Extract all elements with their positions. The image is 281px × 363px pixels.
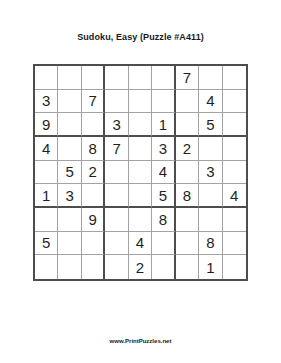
cell-r2c8: 4	[199, 90, 222, 114]
cell-r6c4	[105, 184, 128, 208]
cell-r4c9	[223, 137, 246, 161]
cell-r2c9	[223, 90, 246, 114]
cell-r9c8: 1	[199, 255, 222, 279]
cell-r8c5: 4	[129, 232, 152, 256]
cell-r2c3: 7	[82, 90, 105, 114]
cell-r7c7	[176, 208, 199, 232]
cell-r3c3	[82, 113, 105, 137]
cell-r5c8: 3	[199, 161, 222, 185]
cell-r3c2	[58, 113, 81, 137]
cell-r1c2	[58, 66, 81, 90]
cell-r4c7: 2	[176, 137, 199, 161]
cell-r9c4	[105, 255, 128, 279]
cell-r8c8: 8	[199, 232, 222, 256]
cell-r7c2	[58, 208, 81, 232]
cell-r5c6: 4	[152, 161, 175, 185]
cell-r6c6: 5	[152, 184, 175, 208]
cell-r6c9: 4	[223, 184, 246, 208]
cell-r8c9	[223, 232, 246, 256]
cell-r7c8	[199, 208, 222, 232]
cell-r5c9	[223, 161, 246, 185]
cell-r4c4: 7	[105, 137, 128, 161]
cell-r4c5	[129, 137, 152, 161]
cell-r5c3: 2	[82, 161, 105, 185]
cell-r8c2	[58, 232, 81, 256]
cell-r5c7	[176, 161, 199, 185]
cell-r5c5	[129, 161, 152, 185]
cell-r2c2	[58, 90, 81, 114]
cell-r1c5	[129, 66, 152, 90]
cell-r4c3: 8	[82, 137, 105, 161]
cell-r9c3	[82, 255, 105, 279]
cell-r8c7	[176, 232, 199, 256]
cell-r9c1	[35, 255, 58, 279]
cell-r9c7	[176, 255, 199, 279]
cell-r2c1: 3	[35, 90, 58, 114]
cell-r8c4	[105, 232, 128, 256]
cell-r7c3: 9	[82, 208, 105, 232]
cell-r3c7	[176, 113, 199, 137]
cell-r7c4	[105, 208, 128, 232]
sudoku-grid: 73749315487325243135849854821	[33, 64, 248, 281]
cell-r9c5: 2	[129, 255, 152, 279]
cell-r5c2: 5	[58, 161, 81, 185]
cell-r7c5	[129, 208, 152, 232]
cell-r3c9	[223, 113, 246, 137]
cell-r7c1	[35, 208, 58, 232]
cell-r3c8: 5	[199, 113, 222, 137]
cell-r9c6	[152, 255, 175, 279]
cell-r6c8	[199, 184, 222, 208]
cell-r4c1: 4	[35, 137, 58, 161]
cell-r1c1	[35, 66, 58, 90]
cell-r6c5	[129, 184, 152, 208]
cell-r5c1	[35, 161, 58, 185]
cell-r8c6	[152, 232, 175, 256]
cell-r3c1: 9	[35, 113, 58, 137]
cell-r3c5	[129, 113, 152, 137]
cell-r8c3	[82, 232, 105, 256]
cell-r4c8	[199, 137, 222, 161]
cell-r3c6: 1	[152, 113, 175, 137]
cell-r9c2	[58, 255, 81, 279]
cell-r1c3	[82, 66, 105, 90]
printable-sudoku-page: Sudoku, Easy (Puzzle #A411) 737493154873…	[0, 0, 281, 363]
cell-r2c7	[176, 90, 199, 114]
cell-r1c4	[105, 66, 128, 90]
cell-r3c4: 3	[105, 113, 128, 137]
cell-r1c6	[152, 66, 175, 90]
cell-r4c6: 3	[152, 137, 175, 161]
cell-r1c7: 7	[176, 66, 199, 90]
cell-r6c1: 1	[35, 184, 58, 208]
cell-r1c8	[199, 66, 222, 90]
cell-r7c6: 8	[152, 208, 175, 232]
cell-r6c7: 8	[176, 184, 199, 208]
cell-r4c2	[58, 137, 81, 161]
cell-r6c3	[82, 184, 105, 208]
cell-r9c9	[223, 255, 246, 279]
cell-r2c5	[129, 90, 152, 114]
cell-r2c4	[105, 90, 128, 114]
cell-r5c4	[105, 161, 128, 185]
cell-r8c1: 5	[35, 232, 58, 256]
cell-r1c9	[223, 66, 246, 90]
cell-r2c6	[152, 90, 175, 114]
cell-r6c2: 3	[58, 184, 81, 208]
site-credit: www.PrintPuzzles.net	[0, 338, 281, 344]
cell-r7c9	[223, 208, 246, 232]
puzzle-title: Sudoku, Easy (Puzzle #A411)	[0, 32, 281, 42]
